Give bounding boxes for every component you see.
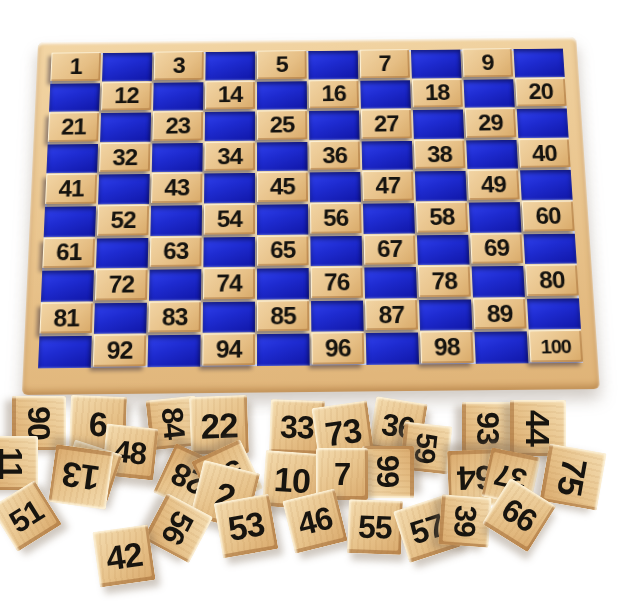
board-cell-r7c1: 61 [42, 238, 95, 269]
board-cell-r9c7: 87 [365, 300, 418, 332]
board-cell-r4c7 [362, 141, 413, 171]
board-cell-r10c8: 98 [420, 332, 474, 364]
board-cell-r3c9: 29 [465, 109, 517, 138]
loose-tile-55[interactable]: 55 [347, 499, 403, 555]
board-tile-23[interactable]: 23 [152, 111, 203, 140]
board-cell-r10c6: 96 [311, 333, 364, 365]
board-cell-r1c9: 9 [462, 49, 513, 78]
board-cell-r8c7 [364, 267, 417, 298]
board-cell-r1c6 [308, 51, 358, 80]
board-tile-29[interactable]: 29 [465, 108, 517, 137]
board-cell-r6c1 [44, 206, 96, 237]
board-tile-43[interactable]: 43 [151, 173, 202, 203]
board-tile-69[interactable]: 69 [470, 233, 523, 264]
board-cell-r5c6 [310, 172, 361, 202]
board-cell-r8c9 [472, 266, 525, 297]
board-cell-r2c3 [153, 82, 203, 111]
board-cell-r10c9 [474, 332, 528, 364]
board-cell-r7c10 [523, 233, 576, 264]
board-tile-16[interactable]: 16 [309, 80, 359, 109]
board-cell-r1c2 [102, 53, 152, 82]
board-cell-r9c6 [311, 300, 364, 332]
board-cell-r8c2: 72 [95, 270, 148, 301]
board-cell-r6c8: 58 [416, 203, 468, 233]
board-tile-54[interactable]: 54 [204, 204, 255, 234]
board-cell-r10c7 [366, 333, 419, 365]
loose-tile-93[interactable]: 93 [462, 402, 514, 454]
board-tile-3[interactable]: 3 [154, 51, 204, 80]
board-tile-47[interactable]: 47 [362, 171, 414, 201]
board-tile-34[interactable]: 34 [204, 141, 255, 171]
board-tile-14[interactable]: 14 [205, 81, 255, 110]
board-cell-r8c6: 76 [311, 268, 363, 299]
board-cell-r1c8 [411, 50, 462, 79]
loose-tile-13[interactable]: 13 [48, 444, 114, 510]
board-cell-r5c8 [415, 171, 467, 201]
board-tile-38[interactable]: 38 [414, 139, 466, 169]
board-cell-r3c8 [413, 110, 464, 139]
board-cell-r4c5 [257, 142, 308, 172]
loose-tile-75[interactable]: 75 [539, 443, 606, 510]
board-cell-r8c1 [41, 270, 94, 301]
board-cell-r7c2 [96, 238, 148, 269]
board-cell-r10c1 [38, 336, 92, 368]
board-cell-r4c10: 40 [518, 139, 570, 169]
board-cell-r7c7: 67 [364, 235, 416, 266]
board-tile-100[interactable]: 100 [529, 330, 583, 362]
board-cell-r9c8 [419, 299, 472, 331]
board-cell-r3c7: 27 [361, 110, 412, 139]
board-tile-5[interactable]: 5 [257, 50, 307, 79]
board-cell-r8c5 [257, 268, 309, 299]
board-tile-83[interactable]: 83 [148, 301, 201, 333]
board-tile-49[interactable]: 49 [467, 170, 519, 200]
board-cell-r6c5 [257, 204, 308, 234]
board-tile-81[interactable]: 81 [39, 302, 92, 334]
board-cell-r2c7 [360, 80, 411, 109]
board-tile-40[interactable]: 40 [518, 138, 570, 168]
board-tile-52[interactable]: 52 [97, 205, 149, 235]
board-tile-9[interactable]: 9 [462, 48, 513, 77]
board-cell-r1c5: 5 [257, 51, 307, 80]
board-cell-r7c9: 69 [470, 234, 523, 265]
board-cell-r1c7: 7 [360, 50, 410, 79]
board-cell-r3c6 [309, 111, 360, 140]
board-cell-r9c2 [94, 303, 147, 335]
board-tile-80[interactable]: 80 [525, 265, 579, 296]
board-tile-27[interactable]: 27 [361, 109, 412, 138]
board-cell-r3c10 [517, 109, 569, 138]
board-tile-32[interactable]: 32 [99, 142, 150, 172]
board-cell-r1c10 [514, 49, 565, 78]
board-tile-92[interactable]: 92 [93, 335, 146, 367]
board-cell-r2c2: 12 [101, 82, 152, 111]
board-cell-r7c5: 65 [257, 236, 309, 267]
board-tile-18[interactable]: 18 [412, 79, 463, 108]
board-cell-r2c8: 18 [412, 79, 463, 108]
board-tile-96[interactable]: 96 [311, 332, 364, 364]
board-cell-r7c8 [417, 234, 470, 265]
board-cell-r10c10: 100 [529, 331, 583, 363]
board-tile-58[interactable]: 58 [416, 202, 468, 232]
board-cell-r4c6: 36 [309, 141, 360, 171]
board-tile-1[interactable]: 1 [50, 52, 101, 81]
board-cell-r1c1: 1 [50, 53, 101, 82]
board-cell-r5c2 [98, 174, 150, 204]
board-cell-r9c10 [527, 298, 581, 330]
board-tile-85[interactable]: 85 [257, 300, 309, 332]
board-tile-36[interactable]: 36 [309, 140, 360, 170]
board-cell-r7c3: 63 [150, 237, 202, 268]
board-cell-r7c6 [310, 235, 362, 266]
board-cell-r3c4 [205, 112, 255, 141]
board-cell-r2c6: 16 [309, 80, 359, 109]
board-cell-r9c1: 81 [39, 303, 92, 335]
board-cell-r10c5 [257, 334, 310, 366]
board-tile-94[interactable]: 94 [202, 334, 255, 366]
board-cell-r5c3: 43 [151, 174, 202, 204]
board-frame: 1357912141618202123252729323436384041434… [22, 37, 600, 395]
board-cell-r10c4: 94 [202, 335, 255, 367]
board-cell-r8c4: 74 [203, 269, 255, 300]
board-cell-r9c4 [203, 301, 255, 333]
board-cell-r4c3 [152, 143, 203, 173]
board-cell-r5c10 [520, 170, 573, 200]
board-cell-r10c2: 92 [93, 336, 146, 368]
board-tile-7[interactable]: 7 [360, 49, 410, 78]
board-cell-r6c4: 54 [204, 205, 255, 235]
board-cell-r5c1: 41 [45, 175, 97, 205]
board-tile-12[interactable]: 12 [101, 82, 152, 111]
board-cell-r2c1 [49, 83, 100, 112]
board-cell-r4c9 [466, 140, 518, 170]
board-tile-67[interactable]: 67 [364, 234, 416, 265]
board-cell-r5c7: 47 [362, 172, 414, 202]
board-cell-r9c3: 83 [148, 302, 201, 334]
board-cell-r4c8: 38 [414, 140, 466, 170]
board-cell-r2c10: 20 [515, 78, 567, 107]
board-cell-r6c3 [150, 205, 202, 236]
board-cell-r4c2: 32 [99, 143, 150, 173]
loose-tile-53[interactable]: 53 [214, 494, 279, 559]
board-cell-r3c2 [100, 113, 151, 142]
board-cell-r6c9 [469, 202, 522, 232]
board-grid: 1357912141618202123252729323436384041434… [38, 49, 583, 369]
board-tile-89[interactable]: 89 [473, 298, 527, 330]
board-cell-r4c4: 34 [204, 142, 255, 172]
board-cell-r9c9: 89 [473, 299, 527, 331]
board-cell-r5c5: 45 [257, 173, 308, 203]
board-cell-r3c5: 25 [257, 111, 307, 140]
hundred-board: 1357912141618202123252729323436384041434… [22, 37, 600, 395]
board-tile-78[interactable]: 78 [418, 266, 471, 297]
board-tile-63[interactable]: 63 [150, 236, 202, 267]
board-tile-20[interactable]: 20 [515, 78, 567, 107]
board-cell-r6c10: 60 [522, 202, 575, 232]
board-cell-r3c3: 23 [152, 112, 203, 141]
board-cell-r6c2: 52 [97, 206, 149, 237]
board-cell-r8c8: 78 [418, 267, 471, 298]
board-cell-r6c7 [363, 203, 415, 233]
board-tile-65[interactable]: 65 [257, 235, 309, 266]
board-cell-r8c3 [149, 269, 201, 300]
board-cell-r7c4 [203, 237, 255, 268]
board-tile-72[interactable]: 72 [95, 269, 148, 300]
board-cell-r9c5: 85 [257, 301, 309, 333]
board-cell-r5c9: 49 [467, 171, 519, 201]
board-tile-74[interactable]: 74 [203, 268, 255, 299]
board-tile-56[interactable]: 56 [310, 203, 362, 233]
board-tile-25[interactable]: 25 [257, 110, 307, 139]
board-cell-r2c9 [464, 79, 515, 108]
board-tile-60[interactable]: 60 [522, 201, 575, 231]
board-cell-r3c1: 21 [48, 113, 99, 142]
board-tile-76[interactable]: 76 [311, 267, 363, 298]
board-tile-45[interactable]: 45 [257, 172, 308, 202]
loose-tile-66[interactable]: 66 [362, 446, 414, 498]
board-tile-21[interactable]: 21 [48, 112, 99, 141]
board-cell-r4c1 [46, 144, 98, 174]
loose-tile-42[interactable]: 42 [92, 524, 155, 587]
board-cell-r8c10: 80 [525, 266, 579, 297]
board-cell-r2c4: 14 [205, 81, 255, 110]
board-cell-r6c6: 56 [310, 204, 362, 234]
board-cell-r5c4 [204, 173, 255, 203]
board-tile-41[interactable]: 41 [45, 174, 97, 204]
scene: 1357912141618202123252729323436384041434… [0, 0, 627, 614]
board-cell-r2c5 [257, 81, 307, 110]
board-cell-r1c4 [205, 52, 255, 81]
board-cell-r10c3 [148, 335, 201, 367]
board-tile-87[interactable]: 87 [365, 299, 418, 331]
board-cell-r1c3: 3 [154, 52, 204, 81]
board-tile-98[interactable]: 98 [420, 331, 474, 363]
board-tile-61[interactable]: 61 [42, 237, 95, 268]
